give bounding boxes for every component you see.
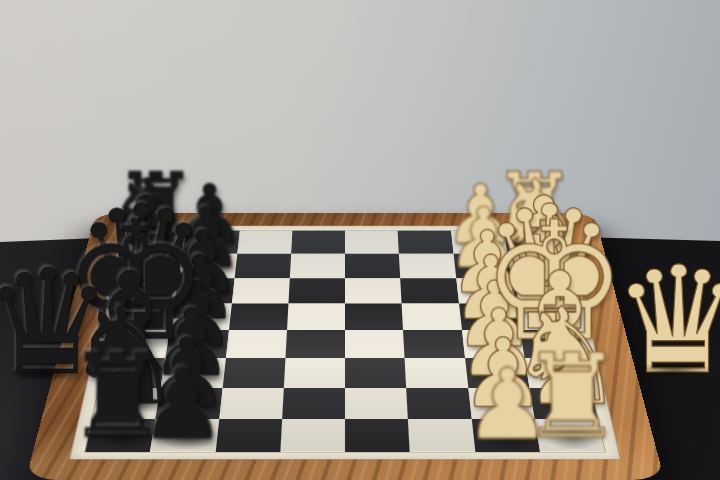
spare-black-queen-shadow [8, 364, 80, 380]
square-f5 [284, 358, 345, 388]
black-pawn: ♟ [139, 361, 227, 451]
board-wooden-frame: ♜♟♟♜♞♟♟♞♝♟♟♝♛♟♟♛♚♟♟♚♝♟♟♝♞♟♟♞♜♟♟♜ [26, 213, 665, 480]
square-a4 [345, 231, 399, 254]
spare-white-queen-shadow [632, 362, 716, 378]
chessboard-tilted-plane: ♜♟♟♜♞♟♟♞♝♟♟♝♛♟♟♛♚♟♟♚♝♟♟♝♞♟♟♞♜♟♟♜ [26, 213, 665, 480]
square-c4 [345, 278, 402, 303]
chessboard: ♜♟♟♜♞♟♟♞♝♟♟♝♛♟♟♛♚♟♟♚♝♟♟♝♞♟♟♞♜♟♟♜ [65, 50, 625, 480]
square-g5 [282, 388, 345, 419]
square-f4 [345, 358, 406, 388]
board-ivory-margin: ♜♟♟♜♞♟♟♞♝♟♟♝♛♟♟♛♚♟♟♚♝♟♟♝♞♟♟♞♜♟♟♜ [69, 226, 621, 460]
square-h2: ♟ [471, 419, 540, 452]
square-c5 [288, 278, 345, 303]
square-h7: ♟ [150, 419, 219, 452]
square-h4 [345, 419, 410, 452]
square-d4 [345, 303, 403, 330]
square-b5 [290, 254, 345, 278]
square-h5 [280, 419, 345, 452]
square-a5 [291, 231, 345, 254]
board-squares: ♜♟♟♜♞♟♟♞♝♟♟♝♛♟♟♛♚♟♟♚♝♟♟♝♞♟♟♞♜♟♟♜ [85, 231, 604, 452]
photo-stage: ♜♟♟♜♞♟♟♞♝♟♟♝♛♟♟♛♚♟♟♚♝♟♟♝♞♟♟♞♜♟♟♜ ♛ ♛ [0, 0, 720, 480]
white-pawn: ♟ [463, 361, 551, 451]
square-e4 [345, 330, 405, 358]
square-d5 [287, 303, 345, 330]
square-e5 [285, 330, 345, 358]
square-b4 [345, 254, 400, 278]
square-g4 [345, 388, 408, 419]
